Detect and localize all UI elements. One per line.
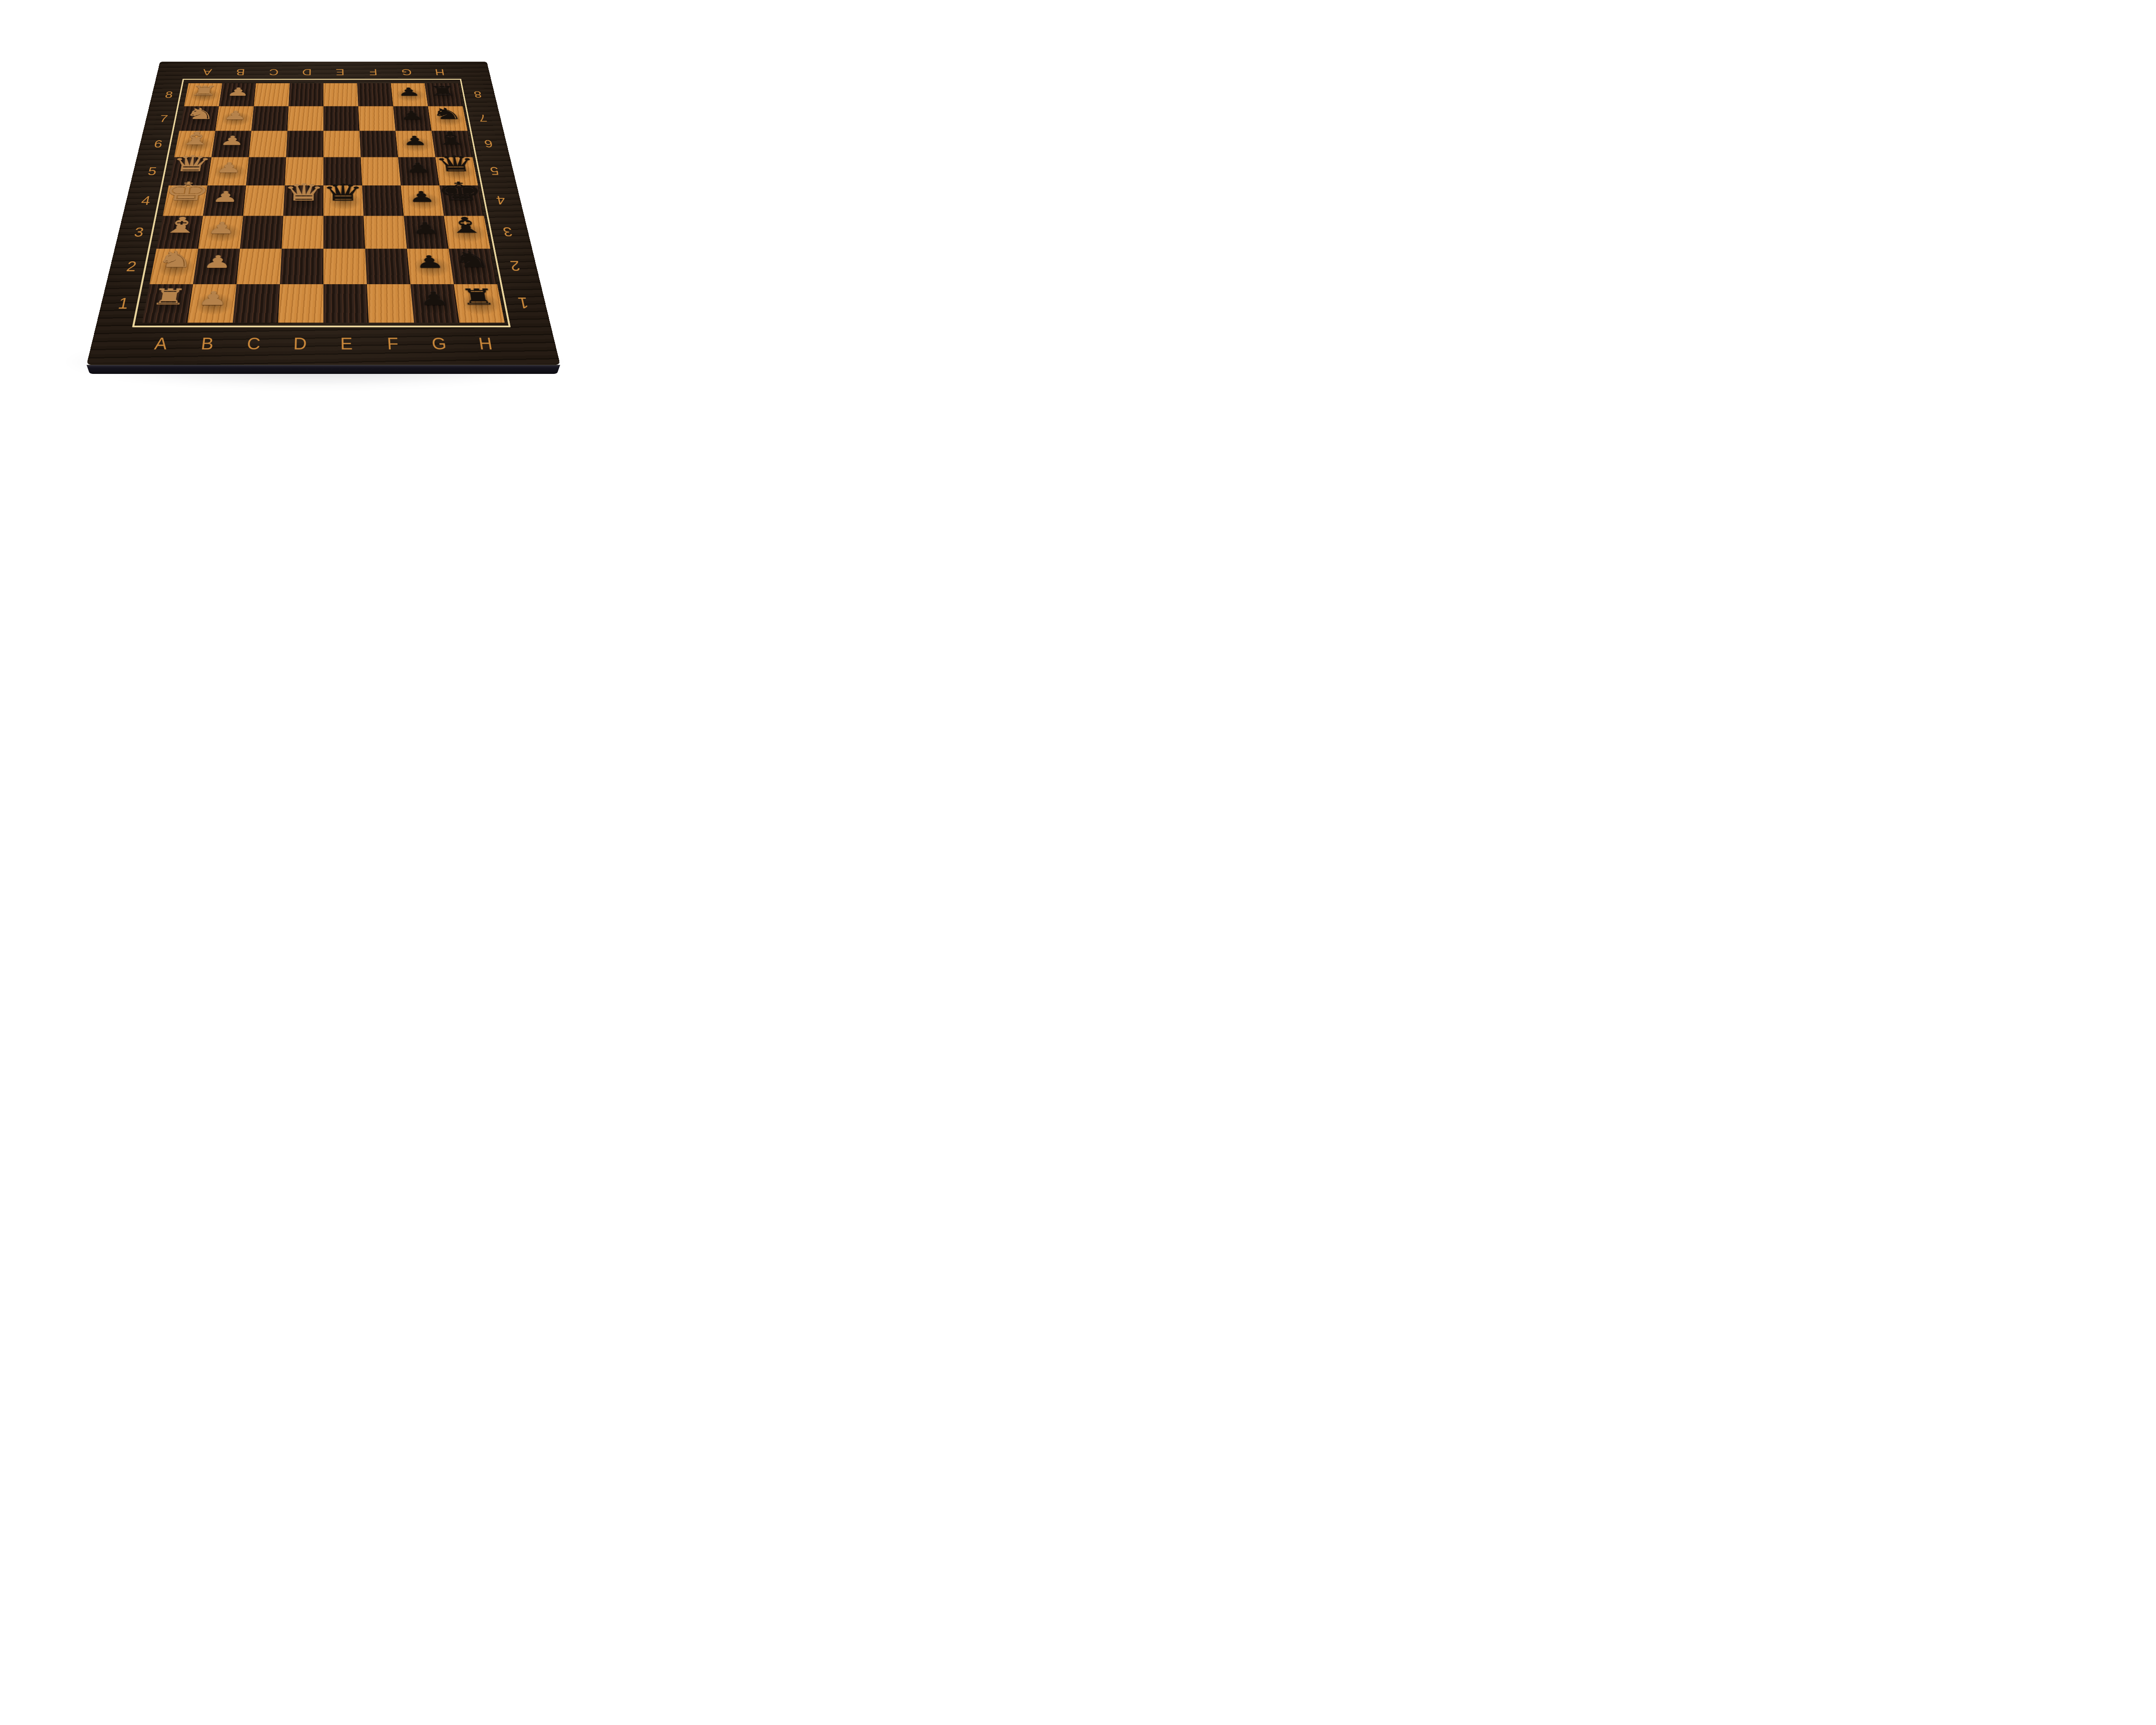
- square-e2[interactable]: [323, 249, 367, 284]
- file-label-top-d: D: [290, 62, 323, 83]
- square-c5[interactable]: [246, 157, 286, 185]
- file-label-bottom-d: D: [276, 323, 323, 365]
- rank-label-right-6: 6: [467, 131, 510, 157]
- square-d2[interactable]: [280, 249, 323, 284]
- square-d8[interactable]: [288, 83, 323, 106]
- rank-label-right-1: 1: [497, 284, 550, 323]
- file-label-top-c: C: [256, 62, 291, 83]
- square-g3[interactable]: [404, 216, 448, 249]
- rank-label-right-2: 2: [490, 249, 541, 284]
- square-b1[interactable]: [188, 284, 237, 323]
- rank-label-left-2: 2: [106, 249, 157, 284]
- square-a2[interactable]: [150, 249, 198, 284]
- board-side-face: [87, 365, 561, 374]
- file-label-bottom-e: E: [323, 323, 371, 365]
- black-pawn-icon: ♟: [401, 134, 428, 147]
- square-a3[interactable]: [157, 216, 203, 249]
- rank-label-left-8: 8: [149, 83, 188, 106]
- file-label-bottom-c: C: [229, 323, 278, 365]
- rank-label-right-4: 4: [478, 185, 524, 216]
- square-g2[interactable]: [407, 249, 454, 284]
- square-e8[interactable]: [323, 83, 358, 106]
- square-b2[interactable]: [193, 249, 240, 284]
- white-bishop-icon: ♝: [177, 130, 214, 147]
- square-f4[interactable]: [362, 185, 404, 216]
- square-a1[interactable]: [142, 284, 193, 323]
- file-label-bottom-a: A: [134, 323, 188, 365]
- file-label-bottom-b: B: [181, 323, 232, 365]
- black-pawn-icon: ♟: [396, 86, 421, 97]
- white-pawn-icon: ♟: [219, 134, 245, 147]
- square-c3[interactable]: [240, 216, 283, 249]
- square-c4[interactable]: [243, 185, 285, 216]
- rank-label-right-7: 7: [463, 106, 504, 131]
- rank-label-left-4: 4: [122, 185, 169, 216]
- square-d3[interactable]: [282, 216, 323, 249]
- square-e1[interactable]: [323, 284, 369, 323]
- square-f7[interactable]: [358, 106, 395, 131]
- square-c2[interactable]: [236, 249, 282, 284]
- white-pawn-icon: ♟: [226, 86, 250, 97]
- square-h2[interactable]: [448, 249, 497, 284]
- rank-label-left-7: 7: [143, 106, 184, 131]
- photo-scene: ABCDEFGH ABCDEFGH 12345678 12345678 ♜♟♜♟…: [0, 0, 647, 431]
- file-label-top-e: E: [323, 62, 357, 83]
- rank-label-left-3: 3: [115, 216, 163, 249]
- square-g1[interactable]: [411, 284, 460, 323]
- white-knight-icon: ♞: [183, 106, 217, 122]
- square-f1[interactable]: [367, 284, 414, 323]
- square-f2[interactable]: [365, 249, 411, 284]
- square-h3[interactable]: [444, 216, 490, 249]
- chess-board: ABCDEFGH ABCDEFGH 12345678 12345678 ♜♟♜♟…: [87, 62, 561, 365]
- rank-label-right-8: 8: [458, 83, 498, 106]
- file-label-top-b: B: [222, 62, 258, 83]
- file-label-top-g: G: [389, 62, 425, 83]
- file-label-top-a: A: [188, 62, 225, 83]
- white-rook-icon: ♜: [189, 84, 219, 97]
- black-bishop-icon: ♝: [432, 130, 470, 147]
- square-d1[interactable]: [278, 284, 323, 323]
- file-labels-bottom: ABCDEFGH: [134, 323, 513, 365]
- black-pawn-icon: ♟: [399, 110, 425, 122]
- square-b3[interactable]: [198, 216, 243, 249]
- file-label-top-f: F: [356, 62, 391, 83]
- square-f3[interactable]: [364, 216, 407, 249]
- white-pawn-icon: ♟: [222, 110, 248, 122]
- rank-label-left-1: 1: [97, 284, 149, 323]
- black-queen-icon: ♛: [433, 153, 478, 174]
- square-h1[interactable]: [454, 284, 505, 323]
- square-c7[interactable]: [251, 106, 288, 131]
- file-label-bottom-g: G: [414, 323, 465, 365]
- black-knight-icon: ♞: [430, 106, 464, 122]
- black-pawn-icon: ♟: [404, 161, 432, 175]
- file-labels-top: ABCDEFGH: [188, 62, 458, 83]
- square-e7[interactable]: [323, 106, 360, 131]
- square-c8[interactable]: [254, 83, 289, 106]
- file-label-bottom-f: F: [369, 323, 418, 365]
- rank-label-right-3: 3: [484, 216, 532, 249]
- square-e3[interactable]: [323, 216, 365, 249]
- white-pawn-icon: ♟: [215, 161, 242, 175]
- file-label-bottom-h: H: [459, 323, 513, 365]
- square-d7[interactable]: [287, 106, 323, 131]
- square-f8[interactable]: [357, 83, 393, 106]
- white-queen-icon: ♛: [169, 153, 214, 174]
- file-label-top-h: H: [421, 62, 458, 83]
- black-rook-icon: ♜: [428, 84, 458, 97]
- square-c1[interactable]: [233, 284, 280, 323]
- square-f5[interactable]: [361, 157, 401, 185]
